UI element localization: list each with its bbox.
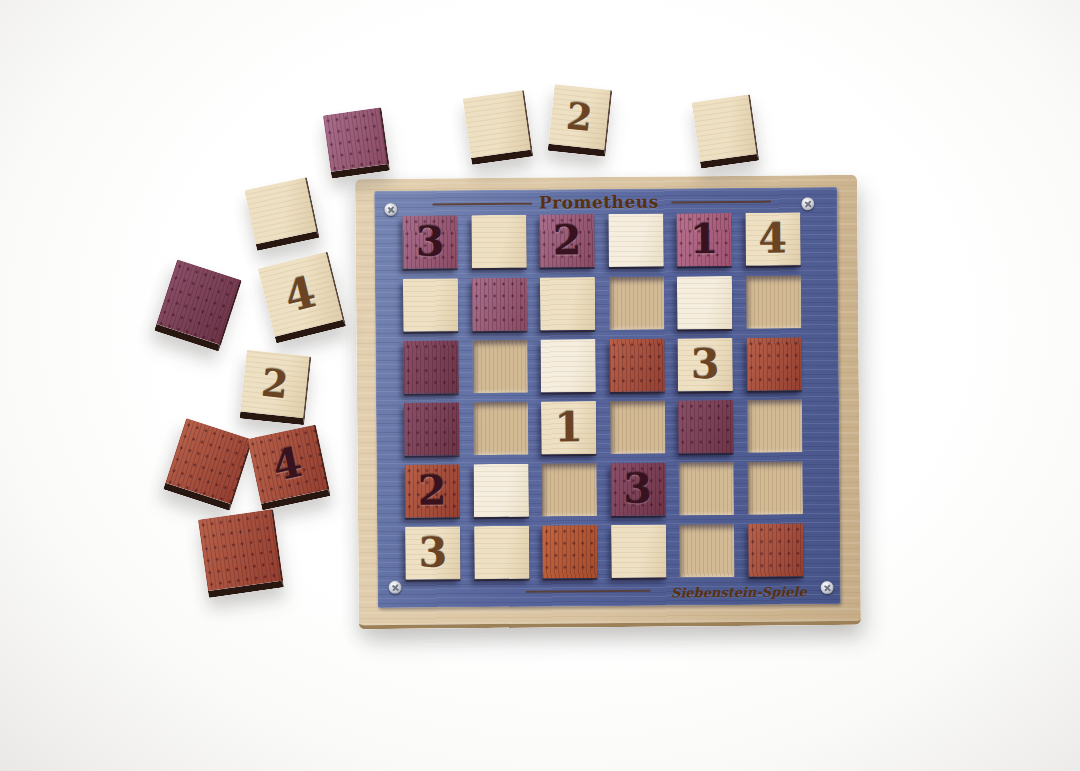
board-tile-r1c2[interactable]	[471, 215, 526, 268]
tile-number: 2	[539, 214, 594, 267]
board-cell-r6c5-empty[interactable]	[679, 524, 734, 577]
screw-icon	[384, 203, 397, 216]
loose-tile-10[interactable]: 4	[247, 425, 331, 511]
board-tile-r5c2[interactable]	[473, 464, 528, 517]
board-cell-r5c3-empty[interactable]	[542, 463, 597, 516]
tile-number: 3	[405, 526, 460, 579]
screw-icon	[801, 197, 814, 210]
board-tile-r6c1[interactable]: 3	[405, 526, 460, 579]
board-tile-r3c1[interactable]	[403, 340, 458, 393]
board-tile-r3c6[interactable]	[746, 337, 801, 390]
board-tile-r3c5[interactable]: 3	[677, 338, 732, 391]
loose-tile-7[interactable]: 4	[258, 251, 346, 343]
tile-number: 3	[610, 463, 665, 516]
board-cell-r5c5-empty[interactable]	[679, 462, 734, 515]
footer-rule	[526, 590, 651, 593]
loose-tile-4[interactable]	[692, 94, 760, 169]
board-cell-r3c2-empty[interactable]	[472, 340, 527, 393]
board-frame-grid: Prometheus Siebenstein-Spiele 321431233	[374, 187, 841, 608]
loose-tile-6[interactable]	[154, 259, 242, 351]
board-tile-r1c5[interactable]: 1	[676, 213, 731, 266]
board-cell-r5c6-empty[interactable]	[747, 461, 802, 514]
photo-background: { "game": "Prometheus — wooden 6x6 numbe…	[0, 0, 1080, 771]
loose-tile-3[interactable]: 2	[548, 84, 613, 157]
loose-tile-2[interactable]	[463, 90, 534, 165]
board-tile-r6c3[interactable]	[542, 525, 597, 578]
tile-number: 3	[402, 215, 457, 268]
board-tile-r2c3[interactable]	[540, 277, 595, 330]
board-tile-r4c1[interactable]	[404, 402, 459, 455]
board-tile-r1c4[interactable]	[608, 214, 663, 267]
tile-number: 2	[405, 464, 460, 517]
loose-tile-1[interactable]	[323, 107, 390, 179]
tile-number: 2	[548, 84, 610, 150]
board-tile-r6c6[interactable]	[748, 523, 803, 576]
board-tile-r2c1[interactable]	[403, 278, 458, 331]
tile-number: 1	[541, 401, 596, 454]
loose-tile-5[interactable]	[244, 177, 319, 251]
board-tile-r6c4[interactable]	[611, 525, 666, 578]
board-tile-r4c3[interactable]: 1	[541, 401, 596, 454]
board-tile-r6c2[interactable]	[474, 526, 529, 579]
tile-number: 2	[240, 350, 309, 418]
board-tile-r2c5[interactable]	[677, 276, 732, 329]
loose-tile-8[interactable]: 2	[240, 350, 312, 425]
board-cell-r2c6-empty[interactable]	[745, 275, 800, 328]
tile-number: 4	[745, 212, 800, 265]
board-tile-r4c5[interactable]	[678, 400, 733, 453]
board-tile-r2c2[interactable]	[471, 278, 526, 331]
tile-number: 3	[677, 338, 732, 391]
puzzle-board: Prometheus Siebenstein-Spiele 321431233	[355, 175, 861, 629]
board-tile-r3c3[interactable]	[540, 339, 595, 392]
board-cell-r4c2-empty[interactable]	[472, 402, 527, 455]
board-cell-r4c4-empty[interactable]	[609, 401, 664, 454]
board-tile-r1c6[interactable]: 4	[745, 212, 800, 265]
loose-tile-11[interactable]	[198, 509, 284, 598]
board-tile-r5c1[interactable]: 2	[405, 464, 460, 517]
tile-number: 4	[258, 252, 343, 337]
screw-icon	[821, 581, 834, 594]
board-tile-r1c3[interactable]: 2	[539, 214, 594, 267]
loose-tile-9[interactable]	[163, 418, 253, 511]
brand-label: Siebenstein-Spiele	[671, 584, 807, 600]
board-cell-r4c6-empty[interactable]	[746, 399, 801, 452]
board-tile-r5c4[interactable]: 3	[610, 463, 665, 516]
tile-number: 4	[247, 425, 327, 504]
tile-number: 1	[676, 213, 731, 266]
board-tile-r3c4[interactable]	[609, 339, 664, 392]
screw-icon	[389, 581, 402, 594]
board-tile-r1c1[interactable]: 3	[402, 215, 457, 268]
board-cell-r2c4-empty[interactable]	[608, 277, 663, 330]
